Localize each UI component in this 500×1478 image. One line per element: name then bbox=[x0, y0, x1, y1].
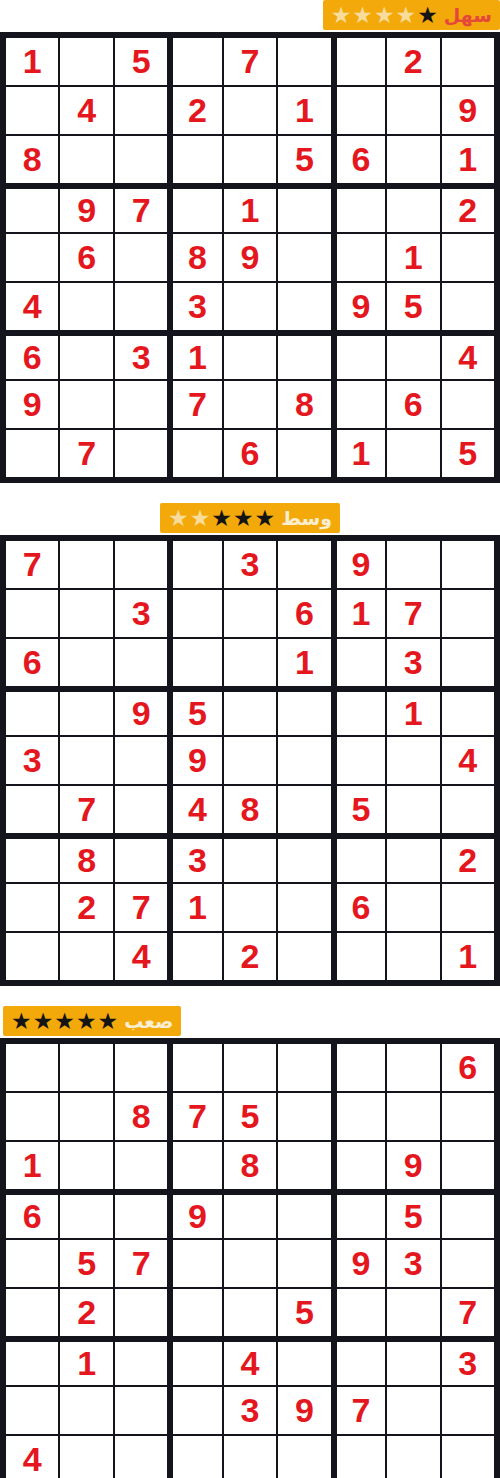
empty-cell[interactable] bbox=[332, 932, 386, 981]
star-rating: ★★★★★ bbox=[168, 503, 275, 533]
empty-cell[interactable] bbox=[441, 1141, 495, 1190]
empty-cell[interactable] bbox=[59, 540, 113, 589]
empty-cell[interactable] bbox=[223, 1190, 277, 1239]
star-rating: ★★★★★ bbox=[11, 1006, 118, 1036]
given-cell: 6 bbox=[5, 331, 59, 380]
empty-cell[interactable] bbox=[168, 184, 222, 233]
star-filled-icon: ★ bbox=[11, 1006, 32, 1036]
given-cell: 8 bbox=[223, 785, 277, 834]
empty-cell[interactable] bbox=[332, 834, 386, 883]
star-filled-icon: ★ bbox=[76, 1006, 97, 1036]
given-cell: 1 bbox=[332, 589, 386, 638]
given-cell: 6 bbox=[332, 883, 386, 932]
empty-cell[interactable] bbox=[5, 1386, 59, 1435]
star-empty-icon: ★ bbox=[168, 503, 189, 533]
given-cell: 3 bbox=[114, 331, 168, 380]
empty-cell[interactable] bbox=[441, 1386, 495, 1435]
empty-cell[interactable] bbox=[59, 736, 113, 785]
empty-cell[interactable] bbox=[5, 687, 59, 736]
empty-cell[interactable] bbox=[114, 834, 168, 883]
given-cell: 3 bbox=[114, 589, 168, 638]
given-cell: 8 bbox=[59, 834, 113, 883]
sudoku-grid: 157242198561971268914395631497867615 bbox=[0, 32, 500, 483]
empty-cell[interactable] bbox=[332, 331, 386, 380]
given-cell: 5 bbox=[441, 429, 495, 478]
empty-cell[interactable] bbox=[223, 135, 277, 184]
empty-cell[interactable] bbox=[59, 1043, 113, 1092]
empty-cell[interactable] bbox=[114, 1386, 168, 1435]
given-cell: 2 bbox=[223, 932, 277, 981]
empty-cell[interactable] bbox=[441, 1435, 495, 1478]
empty-cell[interactable] bbox=[223, 1239, 277, 1288]
empty-cell[interactable] bbox=[114, 86, 168, 135]
empty-cell[interactable] bbox=[277, 1337, 331, 1386]
empty-cell[interactable] bbox=[59, 135, 113, 184]
given-cell: 3 bbox=[386, 1239, 440, 1288]
empty-cell[interactable] bbox=[5, 184, 59, 233]
empty-cell[interactable] bbox=[441, 380, 495, 429]
empty-cell[interactable] bbox=[332, 184, 386, 233]
given-cell: 5 bbox=[277, 135, 331, 184]
empty-cell[interactable] bbox=[5, 883, 59, 932]
given-cell: 7 bbox=[332, 1386, 386, 1435]
empty-cell[interactable] bbox=[114, 233, 168, 282]
given-cell: 8 bbox=[277, 380, 331, 429]
given-cell: 2 bbox=[386, 37, 440, 86]
empty-cell[interactable] bbox=[386, 1337, 440, 1386]
given-cell: 5 bbox=[168, 687, 222, 736]
empty-cell[interactable] bbox=[168, 1337, 222, 1386]
given-cell: 1 bbox=[277, 638, 331, 687]
empty-cell[interactable] bbox=[223, 1435, 277, 1478]
given-cell: 7 bbox=[114, 883, 168, 932]
empty-cell[interactable] bbox=[441, 540, 495, 589]
empty-cell[interactable] bbox=[168, 1435, 222, 1478]
empty-cell[interactable] bbox=[441, 37, 495, 86]
given-cell: 9 bbox=[168, 736, 222, 785]
given-cell: 3 bbox=[223, 1386, 277, 1435]
given-cell: 6 bbox=[386, 380, 440, 429]
given-cell: 1 bbox=[441, 135, 495, 184]
empty-cell[interactable] bbox=[114, 1435, 168, 1478]
given-cell: 2 bbox=[59, 1288, 113, 1337]
star-filled-icon: ★ bbox=[255, 503, 276, 533]
empty-cell[interactable] bbox=[168, 589, 222, 638]
given-cell: 2 bbox=[441, 184, 495, 233]
empty-cell[interactable] bbox=[223, 687, 277, 736]
empty-cell[interactable] bbox=[332, 736, 386, 785]
given-cell: 7 bbox=[168, 380, 222, 429]
star-empty-icon: ★ bbox=[190, 503, 211, 533]
empty-cell[interactable] bbox=[59, 932, 113, 981]
given-cell: 7 bbox=[5, 540, 59, 589]
star-empty-icon: ★ bbox=[396, 0, 417, 30]
empty-cell[interactable] bbox=[59, 589, 113, 638]
empty-cell[interactable] bbox=[441, 1190, 495, 1239]
empty-cell[interactable] bbox=[332, 380, 386, 429]
empty-cell[interactable] bbox=[5, 1337, 59, 1386]
empty-cell[interactable] bbox=[441, 233, 495, 282]
given-cell: 5 bbox=[59, 1239, 113, 1288]
given-cell: 3 bbox=[168, 834, 222, 883]
given-cell: 2 bbox=[168, 86, 222, 135]
empty-cell[interactable] bbox=[277, 883, 331, 932]
empty-cell[interactable] bbox=[441, 282, 495, 331]
given-cell: 1 bbox=[386, 233, 440, 282]
empty-cell[interactable] bbox=[59, 638, 113, 687]
given-cell: 4 bbox=[5, 1435, 59, 1478]
given-cell: 7 bbox=[114, 1239, 168, 1288]
empty-cell[interactable] bbox=[277, 540, 331, 589]
given-cell: 9 bbox=[441, 86, 495, 135]
empty-cell[interactable] bbox=[5, 834, 59, 883]
given-cell: 4 bbox=[223, 1337, 277, 1386]
empty-cell[interactable] bbox=[277, 1239, 331, 1288]
given-cell: 6 bbox=[332, 135, 386, 184]
given-cell: 4 bbox=[168, 785, 222, 834]
empty-cell[interactable] bbox=[5, 1288, 59, 1337]
empty-cell[interactable] bbox=[168, 638, 222, 687]
empty-cell[interactable] bbox=[441, 1239, 495, 1288]
given-cell: 9 bbox=[386, 1141, 440, 1190]
given-cell: 5 bbox=[386, 282, 440, 331]
empty-cell[interactable] bbox=[277, 233, 331, 282]
empty-cell[interactable] bbox=[441, 1092, 495, 1141]
empty-cell[interactable] bbox=[277, 736, 331, 785]
given-cell: 2 bbox=[441, 834, 495, 883]
empty-cell[interactable] bbox=[5, 1239, 59, 1288]
difficulty-banner: ★★★★★ وسط bbox=[160, 503, 340, 533]
empty-cell[interactable] bbox=[114, 540, 168, 589]
given-cell: 1 bbox=[168, 331, 222, 380]
empty-cell[interactable] bbox=[277, 331, 331, 380]
difficulty-banner: ★★★★★ صعب bbox=[3, 1006, 181, 1036]
star-filled-icon: ★ bbox=[33, 1006, 54, 1036]
empty-cell[interactable] bbox=[59, 1386, 113, 1435]
star-filled-icon: ★ bbox=[54, 1006, 75, 1036]
given-cell: 9 bbox=[332, 540, 386, 589]
empty-cell[interactable] bbox=[386, 1043, 440, 1092]
given-cell: 1 bbox=[59, 1337, 113, 1386]
empty-cell[interactable] bbox=[168, 1141, 222, 1190]
difficulty-label: صعب bbox=[124, 1006, 173, 1036]
given-cell: 6 bbox=[59, 233, 113, 282]
empty-cell[interactable] bbox=[386, 1288, 440, 1337]
empty-cell[interactable] bbox=[59, 37, 113, 86]
empty-cell[interactable] bbox=[5, 429, 59, 478]
given-cell: 5 bbox=[332, 785, 386, 834]
given-cell: 1 bbox=[5, 37, 59, 86]
star-filled-icon: ★ bbox=[417, 0, 438, 30]
difficulty-label: وسط bbox=[281, 503, 332, 533]
empty-cell[interactable] bbox=[59, 380, 113, 429]
star-empty-icon: ★ bbox=[352, 0, 373, 30]
empty-cell[interactable] bbox=[332, 86, 386, 135]
difficulty-banner: ★★★★★ سهل bbox=[323, 0, 500, 30]
empty-cell[interactable] bbox=[386, 1386, 440, 1435]
empty-cell[interactable] bbox=[332, 1435, 386, 1478]
empty-cell[interactable] bbox=[386, 135, 440, 184]
star-filled-icon: ★ bbox=[98, 1006, 119, 1036]
given-cell: 9 bbox=[114, 687, 168, 736]
given-cell: 2 bbox=[59, 883, 113, 932]
puzzle-easy: ★★★★★ سهل 157242198561971268914395631497… bbox=[0, 0, 500, 483]
given-cell: 7 bbox=[386, 589, 440, 638]
empty-cell[interactable] bbox=[386, 1092, 440, 1141]
given-cell: 5 bbox=[386, 1190, 440, 1239]
empty-cell[interactable] bbox=[114, 1288, 168, 1337]
given-cell: 3 bbox=[5, 736, 59, 785]
empty-cell[interactable] bbox=[277, 429, 331, 478]
given-cell: 9 bbox=[223, 233, 277, 282]
given-cell: 7 bbox=[114, 184, 168, 233]
empty-cell[interactable] bbox=[332, 1288, 386, 1337]
empty-cell[interactable] bbox=[332, 37, 386, 86]
empty-cell[interactable] bbox=[59, 1190, 113, 1239]
given-cell: 9 bbox=[59, 184, 113, 233]
given-cell: 8 bbox=[168, 233, 222, 282]
given-cell: 1 bbox=[277, 86, 331, 135]
empty-cell[interactable] bbox=[114, 282, 168, 331]
empty-cell[interactable] bbox=[223, 380, 277, 429]
puzzle-medium: ★★★★★ وسط 739361761395139474858322716421 bbox=[0, 503, 500, 986]
empty-cell[interactable] bbox=[5, 86, 59, 135]
empty-cell[interactable] bbox=[168, 540, 222, 589]
given-cell: 1 bbox=[386, 687, 440, 736]
empty-cell[interactable] bbox=[386, 86, 440, 135]
given-cell: 7 bbox=[59, 429, 113, 478]
sudoku-grid: 687518969557932571433974 bbox=[0, 1038, 500, 1478]
empty-cell[interactable] bbox=[441, 589, 495, 638]
given-cell: 3 bbox=[168, 282, 222, 331]
empty-cell[interactable] bbox=[277, 37, 331, 86]
empty-cell[interactable] bbox=[114, 785, 168, 834]
empty-cell[interactable] bbox=[5, 932, 59, 981]
given-cell: 6 bbox=[277, 589, 331, 638]
given-cell: 3 bbox=[386, 638, 440, 687]
given-cell: 9 bbox=[277, 1386, 331, 1435]
empty-cell[interactable] bbox=[223, 331, 277, 380]
empty-cell[interactable] bbox=[5, 1092, 59, 1141]
sudoku-grid: 739361761395139474858322716421 bbox=[0, 535, 500, 986]
empty-cell[interactable] bbox=[386, 331, 440, 380]
given-cell: 1 bbox=[441, 932, 495, 981]
puzzle-hard: ★★★★★ صعب 687518969557932571433974 bbox=[0, 1006, 500, 1478]
empty-cell[interactable] bbox=[332, 638, 386, 687]
empty-cell[interactable] bbox=[5, 785, 59, 834]
empty-cell[interactable] bbox=[386, 184, 440, 233]
empty-cell[interactable] bbox=[223, 736, 277, 785]
empty-cell[interactable] bbox=[223, 589, 277, 638]
empty-cell[interactable] bbox=[223, 883, 277, 932]
empty-cell[interactable] bbox=[223, 86, 277, 135]
empty-cell[interactable] bbox=[386, 932, 440, 981]
empty-cell[interactable] bbox=[386, 834, 440, 883]
given-cell: 4 bbox=[59, 86, 113, 135]
empty-cell[interactable] bbox=[332, 1337, 386, 1386]
given-cell: 3 bbox=[441, 1337, 495, 1386]
empty-cell[interactable] bbox=[277, 282, 331, 331]
empty-cell[interactable] bbox=[59, 282, 113, 331]
empty-cell[interactable] bbox=[277, 1435, 331, 1478]
empty-cell[interactable] bbox=[168, 135, 222, 184]
given-cell: 1 bbox=[5, 1141, 59, 1190]
empty-cell[interactable] bbox=[168, 1386, 222, 1435]
empty-cell[interactable] bbox=[223, 1288, 277, 1337]
given-cell: 9 bbox=[5, 380, 59, 429]
empty-cell[interactable] bbox=[59, 1092, 113, 1141]
empty-cell[interactable] bbox=[59, 687, 113, 736]
empty-cell[interactable] bbox=[386, 1435, 440, 1478]
empty-cell[interactable] bbox=[223, 834, 277, 883]
given-cell: 1 bbox=[168, 883, 222, 932]
empty-cell[interactable] bbox=[223, 282, 277, 331]
given-cell: 5 bbox=[114, 37, 168, 86]
empty-cell[interactable] bbox=[277, 785, 331, 834]
empty-cell[interactable] bbox=[386, 540, 440, 589]
empty-cell[interactable] bbox=[59, 1435, 113, 1478]
empty-cell[interactable] bbox=[59, 331, 113, 380]
difficulty-label: سهل bbox=[444, 0, 492, 30]
empty-cell[interactable] bbox=[168, 932, 222, 981]
given-cell: 6 bbox=[223, 429, 277, 478]
given-cell: 7 bbox=[223, 37, 277, 86]
sudoku-page: ★★★★★ سهل 157242198561971268914395631497… bbox=[0, 0, 500, 1478]
empty-cell[interactable] bbox=[114, 429, 168, 478]
given-cell: 7 bbox=[441, 1288, 495, 1337]
empty-cell[interactable] bbox=[5, 1043, 59, 1092]
empty-cell[interactable] bbox=[277, 1043, 331, 1092]
empty-cell[interactable] bbox=[332, 233, 386, 282]
empty-cell[interactable] bbox=[441, 785, 495, 834]
empty-cell[interactable] bbox=[332, 687, 386, 736]
star-empty-icon: ★ bbox=[331, 0, 352, 30]
given-cell: 8 bbox=[5, 135, 59, 184]
empty-cell[interactable] bbox=[5, 233, 59, 282]
empty-cell[interactable] bbox=[59, 1141, 113, 1190]
empty-cell[interactable] bbox=[168, 429, 222, 478]
given-cell: 1 bbox=[332, 429, 386, 478]
given-cell: 4 bbox=[441, 331, 495, 380]
empty-cell[interactable] bbox=[168, 1239, 222, 1288]
empty-cell[interactable] bbox=[332, 1043, 386, 1092]
empty-cell[interactable] bbox=[386, 883, 440, 932]
given-cell: 1 bbox=[223, 184, 277, 233]
empty-cell[interactable] bbox=[332, 1141, 386, 1190]
empty-cell[interactable] bbox=[114, 135, 168, 184]
given-cell: 6 bbox=[441, 1043, 495, 1092]
given-cell: 6 bbox=[5, 638, 59, 687]
empty-cell[interactable] bbox=[5, 589, 59, 638]
empty-cell[interactable] bbox=[386, 429, 440, 478]
empty-cell[interactable] bbox=[441, 638, 495, 687]
given-cell: 7 bbox=[168, 1092, 222, 1141]
given-cell: 6 bbox=[5, 1190, 59, 1239]
empty-cell[interactable] bbox=[332, 1190, 386, 1239]
empty-cell[interactable] bbox=[114, 1141, 168, 1190]
empty-cell[interactable] bbox=[277, 1190, 331, 1239]
given-cell: 4 bbox=[5, 282, 59, 331]
empty-cell[interactable] bbox=[168, 1043, 222, 1092]
empty-cell[interactable] bbox=[277, 687, 331, 736]
given-cell: 9 bbox=[332, 282, 386, 331]
star-rating: ★★★★★ bbox=[331, 0, 438, 30]
empty-cell[interactable] bbox=[332, 1092, 386, 1141]
empty-cell[interactable] bbox=[114, 380, 168, 429]
given-cell: 3 bbox=[223, 540, 277, 589]
empty-cell[interactable] bbox=[441, 883, 495, 932]
empty-cell[interactable] bbox=[114, 736, 168, 785]
empty-cell[interactable] bbox=[168, 1288, 222, 1337]
given-cell: 4 bbox=[441, 736, 495, 785]
given-cell: 8 bbox=[114, 1092, 168, 1141]
empty-cell[interactable] bbox=[277, 1092, 331, 1141]
empty-cell[interactable] bbox=[277, 1141, 331, 1190]
empty-cell[interactable] bbox=[114, 1190, 168, 1239]
empty-cell[interactable] bbox=[386, 785, 440, 834]
empty-cell[interactable] bbox=[277, 834, 331, 883]
given-cell: 9 bbox=[168, 1190, 222, 1239]
empty-cell[interactable] bbox=[114, 1043, 168, 1092]
empty-cell[interactable] bbox=[277, 184, 331, 233]
given-cell: 5 bbox=[223, 1092, 277, 1141]
empty-cell[interactable] bbox=[114, 1337, 168, 1386]
empty-cell[interactable] bbox=[223, 638, 277, 687]
given-cell: 8 bbox=[223, 1141, 277, 1190]
given-cell: 9 bbox=[332, 1239, 386, 1288]
empty-cell[interactable] bbox=[277, 932, 331, 981]
star-filled-icon: ★ bbox=[211, 503, 232, 533]
empty-cell[interactable] bbox=[114, 638, 168, 687]
star-filled-icon: ★ bbox=[233, 503, 254, 533]
empty-cell[interactable] bbox=[168, 37, 222, 86]
given-cell: 5 bbox=[277, 1288, 331, 1337]
star-empty-icon: ★ bbox=[374, 0, 395, 30]
empty-cell[interactable] bbox=[441, 687, 495, 736]
given-cell: 7 bbox=[59, 785, 113, 834]
given-cell: 4 bbox=[114, 932, 168, 981]
empty-cell[interactable] bbox=[386, 736, 440, 785]
empty-cell[interactable] bbox=[223, 1043, 277, 1092]
